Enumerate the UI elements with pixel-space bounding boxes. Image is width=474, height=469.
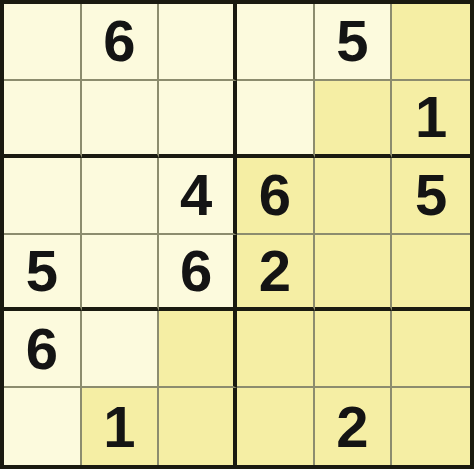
cell-r3c3-given-4[interactable]: 4 xyxy=(159,158,237,235)
cell-r2c3[interactable] xyxy=(159,81,237,158)
cell-r6c6[interactable] xyxy=(392,388,470,465)
cell-r3c5[interactable] xyxy=(315,158,393,235)
cell-r4c6[interactable] xyxy=(392,235,470,312)
cell-r4c2[interactable] xyxy=(82,235,160,312)
sudoku-board: 651465562612 xyxy=(4,4,470,465)
cell-r3c2[interactable] xyxy=(82,158,160,235)
cell-r1c3[interactable] xyxy=(159,4,237,81)
cell-r5c1-given-6[interactable]: 6 xyxy=(4,311,82,388)
cell-r1c4[interactable] xyxy=(237,4,315,81)
cell-r6c3[interactable] xyxy=(159,388,237,465)
cell-r4c5[interactable] xyxy=(315,235,393,312)
cell-r6c2-given-1[interactable]: 1 xyxy=(82,388,160,465)
cell-r5c6[interactable] xyxy=(392,311,470,388)
cell-r6c1[interactable] xyxy=(4,388,82,465)
cell-r2c2[interactable] xyxy=(82,81,160,158)
cell-r3c4-given-6[interactable]: 6 xyxy=(237,158,315,235)
cell-r2c1[interactable] xyxy=(4,81,82,158)
cell-r4c1-given-5[interactable]: 5 xyxy=(4,235,82,312)
cell-r2c4[interactable] xyxy=(237,81,315,158)
cell-r5c2[interactable] xyxy=(82,311,160,388)
cell-r1c5-given-5[interactable]: 5 xyxy=(315,4,393,81)
cell-r5c4[interactable] xyxy=(237,311,315,388)
cell-r3c1[interactable] xyxy=(4,158,82,235)
cell-r2c6-given-1[interactable]: 1 xyxy=(392,81,470,158)
cell-r1c6[interactable] xyxy=(392,4,470,81)
cell-r5c3[interactable] xyxy=(159,311,237,388)
cell-r4c4-given-2[interactable]: 2 xyxy=(237,235,315,312)
cell-r2c5[interactable] xyxy=(315,81,393,158)
cell-r4c3-given-6[interactable]: 6 xyxy=(159,235,237,312)
cell-r5c5[interactable] xyxy=(315,311,393,388)
cell-r6c5-given-2[interactable]: 2 xyxy=(315,388,393,465)
cell-r6c4[interactable] xyxy=(237,388,315,465)
cell-r1c2-given-6[interactable]: 6 xyxy=(82,4,160,81)
sudoku-board-frame: 651465562612 xyxy=(0,0,474,469)
cell-r3c6-given-5[interactable]: 5 xyxy=(392,158,470,235)
cell-r1c1[interactable] xyxy=(4,4,82,81)
